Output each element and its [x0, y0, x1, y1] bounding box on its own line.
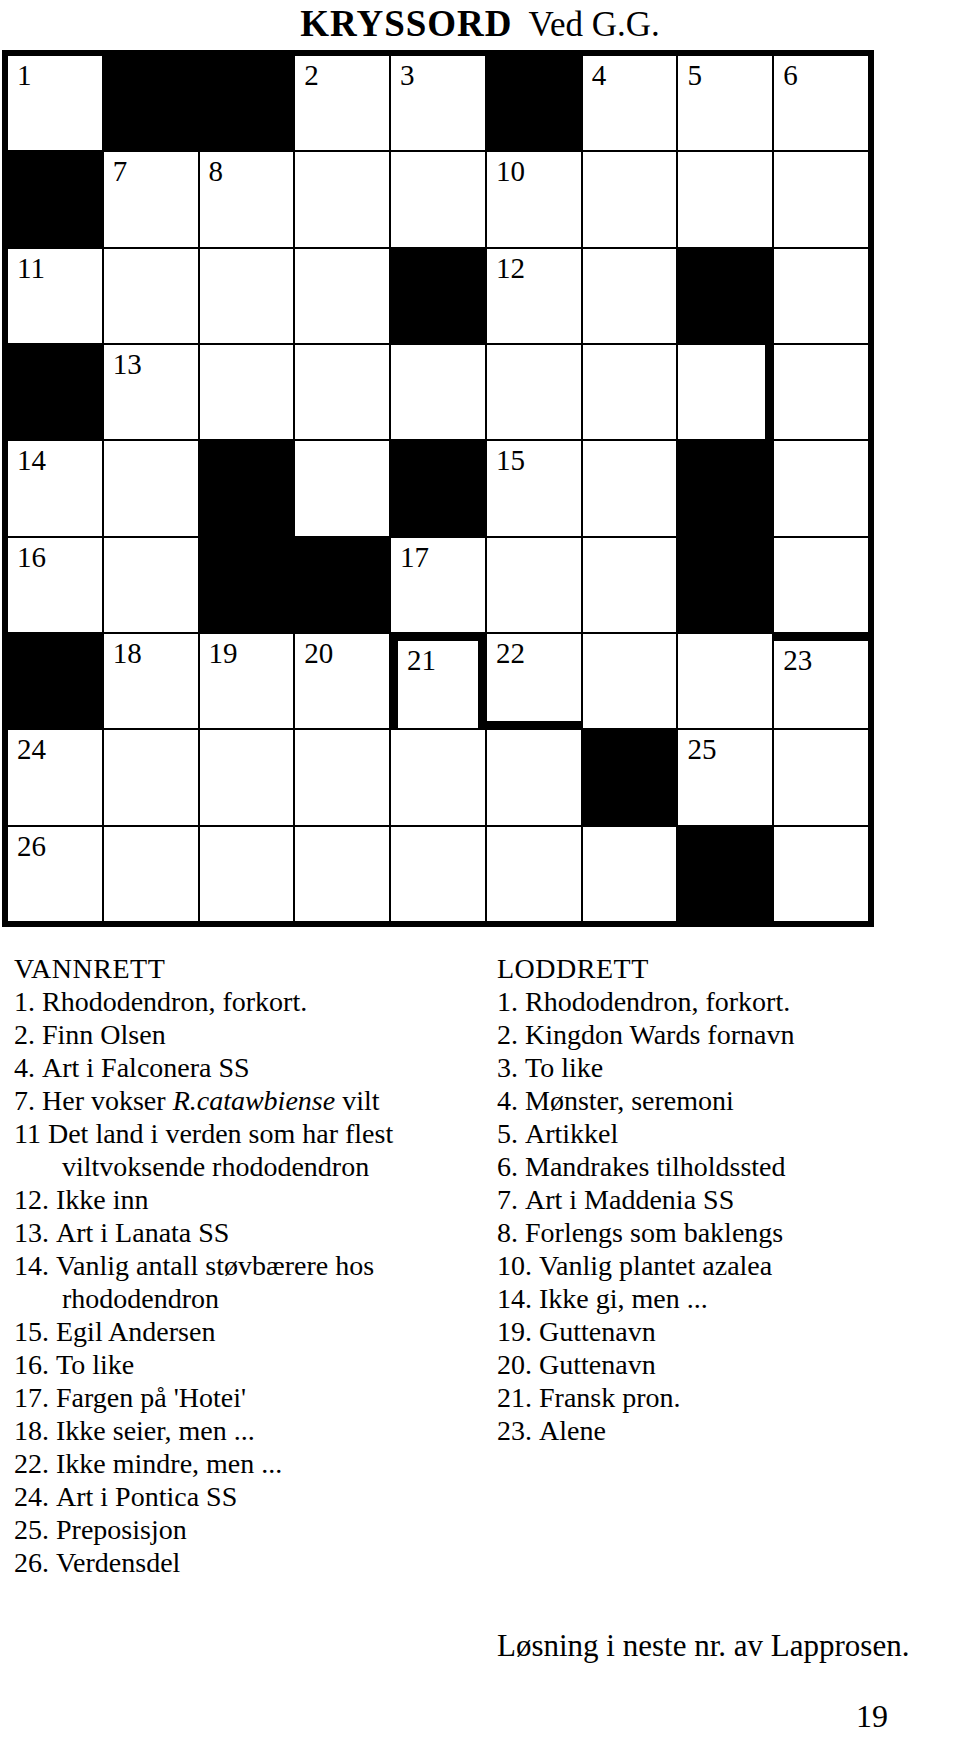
cell-r2c9[interactable] [773, 151, 869, 247]
clue-number-label: 8. [497, 1217, 518, 1248]
cell-r3c4[interactable] [294, 248, 390, 344]
clue-number: 17 [400, 543, 429, 572]
clue-text: Preposisjon [56, 1514, 187, 1545]
cell-r5c6[interactable]: 15 [486, 440, 582, 536]
clue-number: 2 [304, 61, 319, 90]
cell-r6c1[interactable]: 16 [7, 537, 103, 633]
across-clue-list: 1.Rhododendron, forkort.2.Finn Olsen4.Ar… [14, 985, 484, 1579]
clue-number-label: 20. [497, 1349, 532, 1380]
clue-item: 24.Art i Pontica SS [14, 1480, 484, 1513]
cell-r7c2[interactable]: 18 [103, 633, 199, 729]
cell-r9c5[interactable] [390, 826, 486, 922]
clue-number-label: 19. [497, 1316, 532, 1347]
cell-r3c7[interactable] [582, 248, 678, 344]
cell-r6c3 [199, 537, 295, 633]
clue-number-label: 22. [14, 1448, 49, 1479]
clue-number: 8 [209, 157, 224, 186]
crossword-grid: 1234567810111213141516171819202122232425… [2, 50, 874, 927]
cell-r9c2[interactable] [103, 826, 199, 922]
clue-number: 12 [496, 254, 525, 283]
clue-text: Rhododendron, forkort. [42, 986, 307, 1017]
clue-text: Vanlig plantet azalea [539, 1250, 772, 1281]
clue-item: 7.Art i Maddenia SS [497, 1183, 959, 1216]
clue-number: 4 [592, 61, 607, 90]
clue-number: 22 [496, 639, 525, 668]
clue-text: Guttenavn [539, 1316, 656, 1347]
clue-item: 2.Kingdon Wards fornavn [497, 1018, 959, 1051]
across-heading: VANNRETT [14, 952, 484, 985]
cell-r1c4[interactable]: 2 [294, 55, 390, 151]
cell-r3c8 [677, 248, 773, 344]
cell-r1c2 [103, 55, 199, 151]
cell-r5c3 [199, 440, 295, 536]
cell-r9c1[interactable]: 26 [7, 826, 103, 922]
clue-text: Ikke gi, men ... [539, 1283, 708, 1314]
cell-r9c9[interactable] [773, 826, 869, 922]
clue-item: 22.Ikke mindre, men ... [14, 1447, 484, 1480]
clue-number-label: 5. [497, 1118, 518, 1149]
clue-item: 12.Ikke inn [14, 1183, 484, 1216]
clue-number-label: 21. [497, 1382, 532, 1413]
clue-number: 16 [17, 543, 46, 572]
cell-r8c9[interactable] [773, 729, 869, 825]
clue-number: 26 [17, 832, 46, 861]
clue-item: 14.Ikke gi, men ... [497, 1282, 959, 1315]
clue-item: 19.Guttenavn [497, 1315, 959, 1348]
clue-text: Vanlig antall støvbærere hos rhododendro… [56, 1250, 374, 1314]
clue-number-label: 18. [14, 1415, 49, 1446]
clue-number-label: 16. [14, 1349, 49, 1380]
cell-r9c4[interactable] [294, 826, 390, 922]
clue-item: 17.Fargen på 'Hotei' [14, 1381, 484, 1414]
page-number: 19 [856, 1700, 888, 1732]
cell-r4c5[interactable] [390, 344, 486, 440]
cell-r1c1[interactable]: 1 [7, 55, 103, 151]
cell-r3c6[interactable]: 12 [486, 248, 582, 344]
clue-number: 10 [496, 157, 525, 186]
cell-r6c8 [677, 537, 773, 633]
clue-text: Fargen på 'Hotei' [56, 1382, 246, 1413]
cell-r9c6[interactable] [486, 826, 582, 922]
cell-r9c7[interactable] [582, 826, 678, 922]
clue-number: 20 [304, 639, 333, 668]
clue-number: 15 [496, 446, 525, 475]
title-kryssord: KRYSSORD [300, 3, 512, 44]
clue-item: 2.Finn Olsen [14, 1018, 484, 1051]
cell-r3c3[interactable] [199, 248, 295, 344]
clue-number-label: 2. [14, 1019, 35, 1050]
down-clue-list: 1.Rhododendron, forkort.2.Kingdon Wards … [497, 985, 959, 1447]
cell-r5c5 [390, 440, 486, 536]
clue-text: To like [56, 1349, 134, 1380]
clue-text: vilt [335, 1085, 379, 1116]
clue-item: 5.Artikkel [497, 1117, 959, 1150]
clue-item: 4.Art i Falconera SS [14, 1051, 484, 1084]
cell-r6c6[interactable] [486, 537, 582, 633]
cell-r5c2[interactable] [103, 440, 199, 536]
cell-r8c6[interactable] [486, 729, 582, 825]
cell-r4c7[interactable] [582, 344, 678, 440]
clue-text: Verdensdel [56, 1547, 180, 1578]
clue-text: Forlengs som baklengs [525, 1217, 783, 1248]
clue-item: 15.Egil Andersen [14, 1315, 484, 1348]
cell-r1c6 [486, 55, 582, 151]
cell-r6c4 [294, 537, 390, 633]
clue-number-label: 12. [14, 1184, 49, 1215]
cell-r1c7[interactable]: 4 [582, 55, 678, 151]
clue-number-label: 26. [14, 1547, 49, 1578]
cell-r2c3[interactable]: 8 [199, 151, 295, 247]
clue-number-label: 14. [497, 1283, 532, 1314]
clue-text: Ikke seier, men ... [56, 1415, 255, 1446]
clue-number: 13 [113, 350, 142, 379]
cell-r3c2[interactable] [103, 248, 199, 344]
cell-r6c2[interactable] [103, 537, 199, 633]
clue-text: Alene [539, 1415, 606, 1446]
clue-number-label: 25. [14, 1514, 49, 1545]
clue-item: 1.Rhododendron, forkort. [14, 985, 484, 1018]
clue-number: 1 [17, 61, 32, 90]
clue-number: 19 [209, 639, 238, 668]
cell-r9c3[interactable] [199, 826, 295, 922]
cell-r6c7[interactable] [582, 537, 678, 633]
cell-r3c9[interactable] [773, 248, 869, 344]
clue-text-italic: R.catawbiense [173, 1085, 336, 1116]
cell-r8c5[interactable] [390, 729, 486, 825]
clue-item: 10.Vanlig plantet azalea [497, 1249, 959, 1282]
cell-r8c4[interactable] [294, 729, 390, 825]
clue-text: Fransk pron. [539, 1382, 681, 1413]
clue-number-label: 6. [497, 1151, 518, 1182]
cell-r6c9[interactable] [773, 537, 869, 633]
clue-number: 14 [17, 446, 46, 475]
clue-number-label: 14. [14, 1250, 49, 1281]
clue-item: 14.Vanlig antall støvbærere hos rhododen… [14, 1249, 484, 1315]
clue-number: 6 [783, 61, 798, 90]
cell-r7c6[interactable]: 22 [486, 633, 582, 729]
cell-r4c1 [7, 344, 103, 440]
cell-r2c6[interactable]: 10 [486, 151, 582, 247]
clue-number-label: 7. [14, 1085, 35, 1116]
cell-r7c5[interactable]: 21 [390, 633, 486, 729]
cell-r7c1 [7, 633, 103, 729]
cell-r4c4[interactable] [294, 344, 390, 440]
cell-r1c8[interactable]: 5 [677, 55, 773, 151]
clue-number: 18 [113, 639, 142, 668]
clue-number-label: 1. [14, 986, 35, 1017]
clue-number: 3 [400, 61, 415, 90]
clue-text: Art i Falconera SS [42, 1052, 250, 1083]
cell-r8c3[interactable] [199, 729, 295, 825]
page: KRYSSORD Ved G.G. 1234567810111213141516… [0, 0, 960, 1737]
clue-item: 3.To like [497, 1051, 959, 1084]
clue-number-label: 11 [14, 1118, 41, 1149]
clue-item: 23.Alene [497, 1414, 959, 1447]
clue-text: Art i Lanata SS [56, 1217, 229, 1248]
clue-number-label: 4. [14, 1052, 35, 1083]
cell-r5c9[interactable] [773, 440, 869, 536]
cell-r8c1[interactable]: 24 [7, 729, 103, 825]
clue-number-label: 23. [497, 1415, 532, 1446]
clue-number-label: 13. [14, 1217, 49, 1248]
cell-r7c3[interactable]: 19 [199, 633, 295, 729]
cell-r1c5[interactable]: 3 [390, 55, 486, 151]
clue-number: 11 [17, 254, 45, 283]
cell-r5c7[interactable] [582, 440, 678, 536]
cell-r3c1[interactable]: 11 [7, 248, 103, 344]
cell-r9c8 [677, 826, 773, 922]
clue-number-label: 10. [497, 1250, 532, 1281]
clue-text: Mønster, seremoni [525, 1085, 734, 1116]
clue-text: Art i Pontica SS [56, 1481, 237, 1512]
cell-r8c7 [582, 729, 678, 825]
clue-item: 13.Art i Lanata SS [14, 1216, 484, 1249]
cell-r2c1 [7, 151, 103, 247]
solution-note: Løsning i neste nr. av Lapprosen. [497, 1628, 909, 1664]
cell-r5c1[interactable]: 14 [7, 440, 103, 536]
clue-item: 1.Rhododendron, forkort. [497, 985, 959, 1018]
clue-item: 26.Verdensdel [14, 1546, 484, 1579]
page-title: KRYSSORD Ved G.G. [0, 0, 960, 55]
cell-r7c9[interactable]: 23 [773, 633, 869, 729]
cell-r7c8[interactable] [677, 633, 773, 729]
cell-r4c8[interactable] [677, 344, 773, 440]
clue-text: Her vokser [42, 1085, 173, 1116]
clue-text: Art i Maddenia SS [525, 1184, 734, 1215]
cell-r4c3[interactable] [199, 344, 295, 440]
cell-r6c5[interactable]: 17 [390, 537, 486, 633]
clue-number: 25 [687, 735, 716, 764]
clue-number-label: 24. [14, 1481, 49, 1512]
clue-text: Artikkel [525, 1118, 618, 1149]
clue-item: 8.Forlengs som baklengs [497, 1216, 959, 1249]
cell-r4c9[interactable] [773, 344, 869, 440]
clue-number-label: 1. [497, 986, 518, 1017]
clue-text: To like [525, 1052, 603, 1083]
cell-r1c9[interactable]: 6 [773, 55, 869, 151]
clue-item: 20.Guttenavn [497, 1348, 959, 1381]
clue-number: 24 [17, 735, 46, 764]
clue-item: 21.Fransk pron. [497, 1381, 959, 1414]
clue-item: 18.Ikke seier, men ... [14, 1414, 484, 1447]
cell-r2c7[interactable] [582, 151, 678, 247]
clue-item: 16.To like [14, 1348, 484, 1381]
cell-r1c3 [199, 55, 295, 151]
clue-item: 6.Mandrakes tilholdssted [497, 1150, 959, 1183]
clue-number: 21 [407, 646, 436, 675]
cell-r7c7[interactable] [582, 633, 678, 729]
clue-item: 25.Preposisjon [14, 1513, 484, 1546]
clue-text: Egil Andersen [56, 1316, 215, 1347]
cell-r4c6[interactable] [486, 344, 582, 440]
clue-number: 7 [113, 157, 128, 186]
clue-number: 23 [783, 646, 812, 675]
cell-r2c2[interactable]: 7 [103, 151, 199, 247]
down-heading: LODDRETT [497, 952, 959, 985]
across-clues-column: VANNRETT 1.Rhododendron, forkort.2.Finn … [14, 952, 484, 1579]
cell-r8c2[interactable] [103, 729, 199, 825]
clue-number-label: 7. [497, 1184, 518, 1215]
clue-number-label: 15. [14, 1316, 49, 1347]
clue-text: Mandrakes tilholdssted [525, 1151, 786, 1182]
down-clues-column: LODDRETT 1.Rhododendron, forkort.2.Kingd… [497, 952, 959, 1447]
clue-number-label: 4. [497, 1085, 518, 1116]
cell-r3c5 [390, 248, 486, 344]
clue-number-label: 2. [497, 1019, 518, 1050]
cell-r2c4[interactable] [294, 151, 390, 247]
cell-r4c2[interactable]: 13 [103, 344, 199, 440]
clue-number-label: 3. [497, 1052, 518, 1083]
clue-item: 7.Her vokser R.catawbiense vilt [14, 1084, 484, 1117]
clue-number: 5 [687, 61, 702, 90]
clue-number-label: 17. [14, 1382, 49, 1413]
title-byline: Ved G.G. [529, 5, 660, 44]
clue-item: 4.Mønster, seremoni [497, 1084, 959, 1117]
cell-r8c8[interactable]: 25 [677, 729, 773, 825]
clue-item: 11Det land i verden som har flest viltvo… [14, 1117, 484, 1183]
clue-text: Ikke inn [56, 1184, 149, 1215]
clue-text: Guttenavn [539, 1349, 656, 1380]
clue-text: Rhododendron, forkort. [525, 986, 790, 1017]
clue-text: Det land i verden som har flest viltvoks… [48, 1118, 393, 1182]
cell-r7c4[interactable]: 20 [294, 633, 390, 729]
clue-text: Ikke mindre, men ... [56, 1448, 282, 1479]
cell-r2c8[interactable] [677, 151, 773, 247]
clue-text: Finn Olsen [42, 1019, 166, 1050]
cell-r5c8 [677, 440, 773, 536]
cell-r5c4[interactable] [294, 440, 390, 536]
cell-r2c5[interactable] [390, 151, 486, 247]
clue-text: Kingdon Wards fornavn [525, 1019, 794, 1050]
